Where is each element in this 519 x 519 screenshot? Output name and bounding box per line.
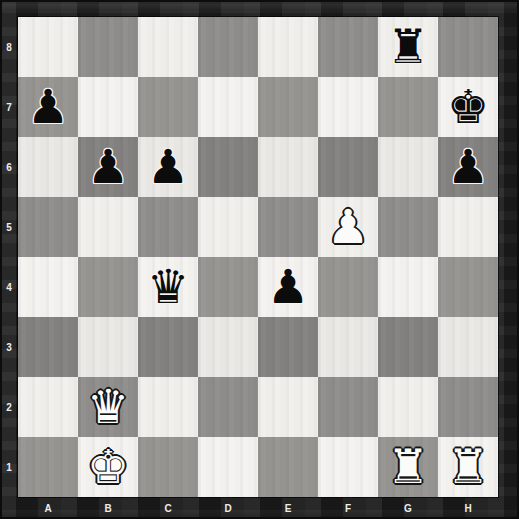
square-g3[interactable] <box>378 317 438 377</box>
square-d6[interactable] <box>198 137 258 197</box>
square-b7[interactable] <box>78 77 138 137</box>
square-h4[interactable] <box>438 257 498 317</box>
square-h2[interactable] <box>438 377 498 437</box>
piece-black-pawn-h6[interactable]: ♟ <box>447 137 489 197</box>
piece-white-pawn-f5[interactable]: ♟ <box>327 197 369 257</box>
square-f3[interactable] <box>318 317 378 377</box>
square-c5[interactable] <box>138 197 198 257</box>
file-label-f: F <box>318 497 378 519</box>
square-h8[interactable] <box>438 17 498 77</box>
rank-label-8: 8 <box>0 17 18 77</box>
square-h7[interactable]: ♚ <box>438 77 498 137</box>
square-e6[interactable] <box>258 137 318 197</box>
piece-black-rook-g8[interactable]: ♜ <box>387 17 429 77</box>
square-f8[interactable] <box>318 17 378 77</box>
rank-label-6: 6 <box>0 137 18 197</box>
file-label-h: H <box>438 497 498 519</box>
square-g5[interactable] <box>378 197 438 257</box>
square-b8[interactable] <box>78 17 138 77</box>
square-c3[interactable] <box>138 317 198 377</box>
piece-white-rook-h1[interactable]: ♜ <box>447 437 489 497</box>
square-f5[interactable]: ♟ <box>318 197 378 257</box>
square-a5[interactable] <box>18 197 78 257</box>
file-label-g: G <box>378 497 438 519</box>
rank-label-2: 2 <box>0 377 18 437</box>
square-a4[interactable] <box>18 257 78 317</box>
square-d4[interactable] <box>198 257 258 317</box>
square-b6[interactable]: ♟ <box>78 137 138 197</box>
square-c6[interactable]: ♟ <box>138 137 198 197</box>
square-a1[interactable] <box>18 437 78 497</box>
square-a6[interactable] <box>18 137 78 197</box>
square-b1[interactable]: ♚ <box>78 437 138 497</box>
square-e1[interactable] <box>258 437 318 497</box>
square-d7[interactable] <box>198 77 258 137</box>
square-c2[interactable] <box>138 377 198 437</box>
square-d1[interactable] <box>198 437 258 497</box>
square-f6[interactable] <box>318 137 378 197</box>
square-b5[interactable] <box>78 197 138 257</box>
file-label-c: C <box>138 497 198 519</box>
file-label-d: D <box>198 497 258 519</box>
square-e8[interactable] <box>258 17 318 77</box>
piece-black-pawn-e4[interactable]: ♟ <box>267 257 309 317</box>
square-a3[interactable] <box>18 317 78 377</box>
square-d8[interactable] <box>198 17 258 77</box>
square-b2[interactable]: ♛ <box>78 377 138 437</box>
square-b3[interactable] <box>78 317 138 377</box>
square-d2[interactable] <box>198 377 258 437</box>
square-a8[interactable] <box>18 17 78 77</box>
piece-white-king-b1[interactable]: ♚ <box>87 437 129 497</box>
piece-black-pawn-a7[interactable]: ♟ <box>27 77 69 137</box>
square-g4[interactable] <box>378 257 438 317</box>
rank-label-5: 5 <box>0 197 18 257</box>
square-g6[interactable] <box>378 137 438 197</box>
file-label-a: A <box>18 497 78 519</box>
rank-labels: 87654321 <box>0 17 18 497</box>
square-h3[interactable] <box>438 317 498 377</box>
piece-white-queen-b2[interactable]: ♛ <box>87 377 129 437</box>
square-f2[interactable] <box>318 377 378 437</box>
square-b4[interactable] <box>78 257 138 317</box>
square-e4[interactable]: ♟ <box>258 257 318 317</box>
piece-black-pawn-c6[interactable]: ♟ <box>147 137 189 197</box>
rank-label-4: 4 <box>0 257 18 317</box>
file-labels: ABCDEFGH <box>18 497 498 519</box>
piece-black-pawn-b6[interactable]: ♟ <box>87 137 129 197</box>
square-e5[interactable] <box>258 197 318 257</box>
square-g8[interactable]: ♜ <box>378 17 438 77</box>
square-g7[interactable] <box>378 77 438 137</box>
square-f1[interactable] <box>318 437 378 497</box>
piece-black-queen-c4[interactable]: ♛ <box>147 257 189 317</box>
square-f7[interactable] <box>318 77 378 137</box>
square-g2[interactable] <box>378 377 438 437</box>
square-c1[interactable] <box>138 437 198 497</box>
file-label-b: B <box>78 497 138 519</box>
square-d3[interactable] <box>198 317 258 377</box>
chess-board: ♜♟♚♟♟♟♟♛♟♛♚♜♜ <box>18 17 498 497</box>
square-e7[interactable] <box>258 77 318 137</box>
file-label-e: E <box>258 497 318 519</box>
square-e3[interactable] <box>258 317 318 377</box>
rank-label-1: 1 <box>0 437 18 497</box>
rank-label-3: 3 <box>0 317 18 377</box>
square-f4[interactable] <box>318 257 378 317</box>
piece-black-king-h7[interactable]: ♚ <box>447 77 489 137</box>
chess-board-frame: 87654321 ♜♟♚♟♟♟♟♛♟♛♚♜♜ ABCDEFGH <box>0 0 519 519</box>
rank-label-7: 7 <box>0 77 18 137</box>
square-c7[interactable] <box>138 77 198 137</box>
square-g1[interactable]: ♜ <box>378 437 438 497</box>
piece-white-rook-g1[interactable]: ♜ <box>387 437 429 497</box>
square-c4[interactable]: ♛ <box>138 257 198 317</box>
square-h5[interactable] <box>438 197 498 257</box>
square-a2[interactable] <box>18 377 78 437</box>
square-c8[interactable] <box>138 17 198 77</box>
square-h6[interactable]: ♟ <box>438 137 498 197</box>
square-a7[interactable]: ♟ <box>18 77 78 137</box>
square-h1[interactable]: ♜ <box>438 437 498 497</box>
square-e2[interactable] <box>258 377 318 437</box>
square-d5[interactable] <box>198 197 258 257</box>
